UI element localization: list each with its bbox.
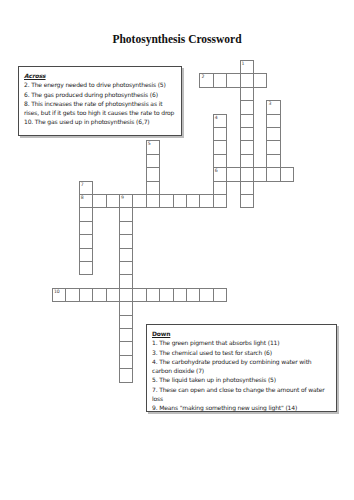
grid-cell[interactable] xyxy=(240,87,254,101)
grid-cell[interactable]: 5 xyxy=(146,140,160,154)
grid-cell[interactable] xyxy=(119,221,133,235)
grid-cell[interactable] xyxy=(213,288,227,302)
clue-number: 1 xyxy=(242,61,245,66)
grid-cell[interactable] xyxy=(132,288,146,302)
grid-cell[interactable] xyxy=(240,127,254,141)
grid-cell[interactable] xyxy=(240,114,254,128)
grid-cell[interactable] xyxy=(280,167,294,181)
grid-cell[interactable] xyxy=(119,274,133,288)
grid-cell[interactable]: 9 xyxy=(119,194,133,208)
down-clue: 1. The green pigment that absorbs light … xyxy=(152,338,331,347)
grid-cell[interactable]: 8 xyxy=(79,194,93,208)
across-clue-list: 2. The energy needed to drive photosynth… xyxy=(24,80,176,126)
grid-cell[interactable] xyxy=(213,140,227,154)
grid-cell[interactable] xyxy=(146,181,160,195)
clue-number: 9 xyxy=(121,195,124,200)
grid-cell[interactable] xyxy=(240,181,254,195)
grid-cell[interactable] xyxy=(159,288,173,302)
grid-cell[interactable] xyxy=(173,288,187,302)
grid-cell[interactable] xyxy=(119,234,133,248)
grid-cell[interactable] xyxy=(199,194,213,208)
grid-cell[interactable] xyxy=(213,127,227,141)
grid-cell[interactable] xyxy=(159,194,173,208)
across-clue: 8. This increases the rate of photosynth… xyxy=(24,99,176,118)
grid-cell[interactable] xyxy=(266,140,280,154)
grid-cell[interactable] xyxy=(266,127,280,141)
grid-cell[interactable] xyxy=(213,181,227,195)
across-clue: 6. The gas produced during photosynthesi… xyxy=(24,90,176,99)
grid-cell[interactable]: 3 xyxy=(266,100,280,114)
grid-cell[interactable] xyxy=(106,288,120,302)
down-clue: 5. The liquid taken up in photosynthesis… xyxy=(152,375,331,384)
grid-cell[interactable] xyxy=(266,167,280,181)
clue-number: 10 xyxy=(54,289,59,294)
grid-cell[interactable] xyxy=(253,167,267,181)
grid-cell[interactable] xyxy=(213,194,227,208)
grid-cell[interactable] xyxy=(146,167,160,181)
grid-cell[interactable] xyxy=(213,73,227,87)
grid-cell[interactable] xyxy=(226,73,240,87)
down-heading: Down xyxy=(152,329,331,338)
grid-cell[interactable] xyxy=(79,288,93,302)
grid-cell[interactable] xyxy=(240,140,254,154)
grid-cell[interactable] xyxy=(240,154,254,168)
grid-cell[interactable] xyxy=(146,288,160,302)
down-clue: 9. Means "making something new using lig… xyxy=(152,403,331,412)
grid-cell[interactable]: 4 xyxy=(213,114,227,128)
across-heading: Across xyxy=(24,71,176,80)
clue-number: 4 xyxy=(215,115,218,120)
grid-cell[interactable] xyxy=(119,341,133,355)
down-clue-list: 1. The green pigment that absorbs light … xyxy=(152,338,331,412)
grid-cell[interactable] xyxy=(186,194,200,208)
grid-cell[interactable]: 7 xyxy=(79,181,93,195)
grid-cell[interactable] xyxy=(79,248,93,262)
grid-cell[interactable] xyxy=(79,221,93,235)
grid-cell[interactable] xyxy=(240,73,254,87)
clue-number: 7 xyxy=(81,182,84,187)
grid-cell[interactable] xyxy=(119,261,133,275)
across-clue: 10. The gas used up in photosynthesis (6… xyxy=(24,117,176,126)
grid-cell[interactable] xyxy=(253,73,267,87)
grid-cell[interactable] xyxy=(119,355,133,369)
down-clue: 7. These can open and close to change th… xyxy=(152,385,331,404)
down-clue: 4. The carbohydrate produced by combinin… xyxy=(152,357,331,376)
grid-cell[interactable] xyxy=(240,100,254,114)
grid-cell[interactable] xyxy=(119,368,133,382)
grid-cell[interactable] xyxy=(146,194,160,208)
grid-cell[interactable] xyxy=(132,194,146,208)
grid-cell[interactable]: 6 xyxy=(213,167,227,181)
clue-number: 6 xyxy=(215,168,218,173)
grid-cell[interactable] xyxy=(119,328,133,342)
grid-cell[interactable]: 2 xyxy=(199,73,213,87)
grid-cell[interactable] xyxy=(119,315,133,329)
grid-cell[interactable] xyxy=(226,167,240,181)
grid-cell[interactable] xyxy=(79,234,93,248)
grid-cell[interactable] xyxy=(266,154,280,168)
clue-number: 2 xyxy=(201,74,204,79)
clue-number: 8 xyxy=(81,195,84,200)
grid-cell[interactable] xyxy=(186,288,200,302)
grid-cell[interactable]: 1 xyxy=(240,60,254,74)
grid-cell[interactable] xyxy=(119,288,133,302)
grid-cell[interactable] xyxy=(199,288,213,302)
down-clue-box: Down 1. The green pigment that absorbs l… xyxy=(146,324,337,412)
grid-cell[interactable] xyxy=(266,114,280,128)
grid-cell[interactable] xyxy=(119,207,133,221)
grid-cell[interactable] xyxy=(240,167,254,181)
page-title: Photosynthesis Crossword xyxy=(0,33,354,45)
grid-cell[interactable] xyxy=(92,288,106,302)
clue-number: 5 xyxy=(148,141,151,146)
grid-cell[interactable] xyxy=(146,154,160,168)
clue-number: 3 xyxy=(268,101,271,106)
grid-cell[interactable]: 10 xyxy=(52,288,66,302)
grid-cell[interactable] xyxy=(65,288,79,302)
grid-cell[interactable] xyxy=(213,154,227,168)
down-clue: 3. The chemical used to test for starch … xyxy=(152,348,331,357)
grid-cell[interactable] xyxy=(240,194,254,208)
across-clue-box: Across 2. The energy needed to drive pho… xyxy=(18,66,182,136)
grid-cell[interactable] xyxy=(173,194,187,208)
grid-cell[interactable] xyxy=(79,261,93,275)
across-clue: 2. The energy needed to drive photosynth… xyxy=(24,80,176,89)
grid-cell[interactable] xyxy=(92,194,106,208)
grid-cell[interactable] xyxy=(106,194,120,208)
grid-cell[interactable] xyxy=(79,207,93,221)
grid-cell[interactable] xyxy=(119,248,133,262)
worksheet-page: Photosynthesis Crossword Across 2. The e… xyxy=(0,0,354,500)
grid-cell[interactable] xyxy=(119,301,133,315)
